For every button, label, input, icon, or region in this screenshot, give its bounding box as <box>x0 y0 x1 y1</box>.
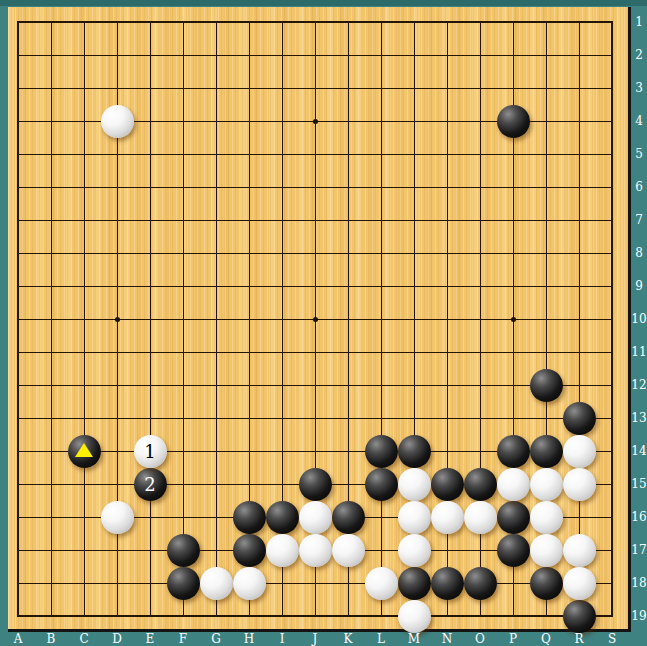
star-point <box>313 317 318 322</box>
column-label: E <box>146 633 155 646</box>
row-label: 6 <box>631 180 647 194</box>
white-stone <box>530 534 563 567</box>
black-stone <box>464 468 497 501</box>
white-stone <box>398 501 431 534</box>
white-stone <box>299 501 332 534</box>
star-point <box>115 317 120 322</box>
row-label: 4 <box>631 114 647 128</box>
black-stone <box>332 501 365 534</box>
black-stone <box>497 534 530 567</box>
grid-line-horizontal <box>17 352 613 353</box>
grid-line-vertical <box>381 22 382 617</box>
go-board[interactable]: 21 <box>8 7 631 632</box>
white-stone <box>101 501 134 534</box>
row-label: 2 <box>631 48 647 62</box>
grid-line-horizontal <box>17 615 613 617</box>
triangle-marker <box>75 443 93 457</box>
black-stone <box>365 435 398 468</box>
black-stone <box>563 402 596 435</box>
white-stone <box>563 468 596 501</box>
grid-line-horizontal <box>17 583 613 584</box>
row-label: 3 <box>631 81 647 95</box>
white-stone <box>101 105 134 138</box>
row-label: 7 <box>631 213 647 227</box>
grid-line-horizontal <box>17 418 613 419</box>
black-stone: 2 <box>134 468 167 501</box>
row-label: 17 <box>631 543 647 557</box>
white-stone <box>398 534 431 567</box>
row-label: 9 <box>631 279 647 293</box>
column-label: K <box>344 633 353 646</box>
column-label: N <box>442 633 453 646</box>
row-label: 12 <box>631 378 647 392</box>
grid-line-horizontal <box>17 385 613 386</box>
black-stone <box>530 369 563 402</box>
white-stone <box>497 468 530 501</box>
column-label: H <box>244 633 254 646</box>
white-stone <box>431 501 464 534</box>
white-stone <box>530 468 563 501</box>
white-stone <box>299 534 332 567</box>
black-stone <box>530 435 563 468</box>
white-stone: 1 <box>134 435 167 468</box>
black-stone <box>266 501 299 534</box>
black-stone <box>398 435 431 468</box>
white-stone <box>200 567 233 600</box>
column-label: D <box>112 633 122 646</box>
row-label: 1 <box>631 15 647 29</box>
row-label: 5 <box>631 147 647 161</box>
black-stone <box>497 105 530 138</box>
black-stone <box>365 468 398 501</box>
column-label: G <box>211 633 221 646</box>
black-stone <box>233 534 266 567</box>
column-label: B <box>47 633 56 646</box>
column-label: J <box>313 633 318 646</box>
column-label: S <box>608 633 616 646</box>
row-label: 11 <box>631 345 647 359</box>
move-number-label: 1 <box>134 435 167 468</box>
black-stone <box>167 534 200 567</box>
column-label: I <box>280 633 285 646</box>
black-stone <box>563 600 596 633</box>
row-label: 16 <box>631 510 647 524</box>
row-label: 18 <box>631 576 647 590</box>
white-stone <box>233 567 266 600</box>
white-stone <box>365 567 398 600</box>
black-stone <box>233 501 266 534</box>
row-label: 14 <box>631 444 647 458</box>
row-label: 10 <box>631 312 647 326</box>
white-stone <box>563 567 596 600</box>
white-stone <box>332 534 365 567</box>
top-edge-shade <box>0 0 647 6</box>
black-stone <box>497 435 530 468</box>
white-stone <box>464 501 497 534</box>
white-stone <box>563 435 596 468</box>
column-label: Q <box>541 633 551 646</box>
black-stone <box>167 567 200 600</box>
black-stone <box>464 567 497 600</box>
black-stone <box>530 567 563 600</box>
column-label: A <box>14 633 23 646</box>
row-label: 19 <box>631 609 647 623</box>
row-label: 8 <box>631 246 647 260</box>
white-stone <box>266 534 299 567</box>
black-stone <box>68 435 101 468</box>
white-stone <box>563 534 596 567</box>
column-label: R <box>574 633 583 646</box>
column-label: C <box>79 633 88 646</box>
move-number-label: 2 <box>134 468 167 501</box>
column-label: M <box>408 633 420 646</box>
row-label: 15 <box>631 477 647 491</box>
column-label: O <box>475 633 485 646</box>
white-stone <box>398 468 431 501</box>
go-diagram-screen: 21 ABCDEFGHIJKLMNOPQRS 12345678910111213… <box>0 0 647 646</box>
column-label: P <box>509 633 517 646</box>
star-point <box>511 317 516 322</box>
black-stone <box>497 501 530 534</box>
black-stone <box>431 567 464 600</box>
white-stone <box>398 600 431 633</box>
grid-line-vertical <box>611 22 613 617</box>
white-stone <box>530 501 563 534</box>
black-stone <box>431 468 464 501</box>
column-label: F <box>179 633 187 646</box>
row-label: 13 <box>631 411 647 425</box>
column-label: L <box>377 633 385 646</box>
black-stone <box>398 567 431 600</box>
star-point <box>313 119 318 124</box>
grid-line-vertical <box>579 22 580 617</box>
black-stone <box>299 468 332 501</box>
